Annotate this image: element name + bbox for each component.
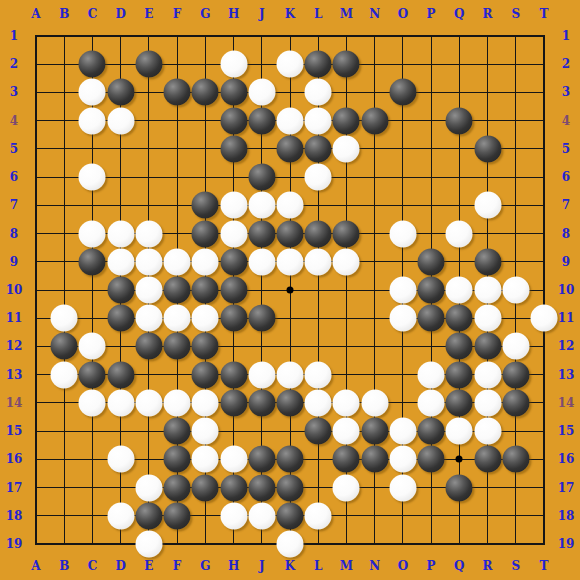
row-label-right: 19 (558, 538, 575, 550)
column-label-top: J (259, 8, 265, 20)
column-label-top: R (483, 8, 493, 20)
black-stone-K14 (277, 389, 304, 416)
column-label-top: L (314, 8, 322, 20)
white-stone-G9 (192, 248, 219, 275)
black-stone-H3 (220, 79, 247, 106)
column-label-top: N (369, 8, 380, 20)
column-label-bottom: G (200, 560, 210, 572)
white-stone-J13 (248, 361, 275, 388)
column-label-bottom: B (59, 560, 69, 572)
column-label-top: D (115, 8, 125, 20)
black-stone-R5 (474, 135, 501, 162)
black-stone-J8 (248, 220, 275, 247)
white-stone-F11 (164, 305, 191, 332)
white-stone-L3 (305, 79, 332, 106)
column-label-top: B (59, 8, 69, 20)
white-stone-B11 (51, 305, 78, 332)
row-label-right: 18 (558, 510, 575, 522)
white-stone-B13 (51, 361, 78, 388)
white-stone-G15 (192, 418, 219, 445)
white-stone-O10 (389, 277, 416, 304)
black-stone-N4 (361, 107, 388, 134)
white-stone-G16 (192, 446, 219, 473)
black-stone-F12 (164, 333, 191, 360)
row-label-left: 14 (6, 397, 23, 409)
white-stone-L13 (305, 361, 332, 388)
white-stone-C8 (79, 220, 106, 247)
black-stone-G10 (192, 277, 219, 304)
white-stone-H8 (220, 220, 247, 247)
white-stone-L9 (305, 248, 332, 275)
white-stone-R7 (474, 192, 501, 219)
column-label-bottom: M (340, 560, 353, 572)
black-stone-Q12 (446, 333, 473, 360)
white-stone-L6 (305, 164, 332, 191)
column-label-top: A (31, 8, 40, 20)
row-label-right: 8 (562, 228, 570, 240)
white-stone-C12 (79, 333, 106, 360)
black-stone-L2 (305, 51, 332, 78)
row-label-right: 4 (562, 115, 570, 127)
column-label-bottom: R (483, 560, 493, 572)
white-stone-D9 (107, 248, 134, 275)
black-stone-F18 (164, 502, 191, 529)
black-stone-G7 (192, 192, 219, 219)
white-stone-H16 (220, 446, 247, 473)
black-stone-K8 (277, 220, 304, 247)
white-stone-K7 (277, 192, 304, 219)
black-stone-R16 (474, 446, 501, 473)
black-stone-D11 (107, 305, 134, 332)
black-stone-H10 (220, 277, 247, 304)
white-stone-E11 (135, 305, 162, 332)
column-label-bottom: C (88, 560, 98, 572)
row-label-left: 8 (10, 228, 18, 240)
column-label-bottom: A (31, 560, 40, 572)
row-label-right: 7 (562, 199, 570, 211)
row-label-right: 1 (562, 30, 570, 42)
column-label-bottom: L (314, 560, 322, 572)
black-stone-Q14 (446, 389, 473, 416)
white-stone-E14 (135, 389, 162, 416)
white-stone-R15 (474, 418, 501, 445)
column-label-bottom: J (259, 560, 265, 572)
column-label-bottom: O (398, 560, 408, 572)
white-stone-J18 (248, 502, 275, 529)
column-label-bottom: E (144, 560, 153, 572)
column-label-bottom: D (115, 560, 125, 572)
white-stone-H7 (220, 192, 247, 219)
star-point (287, 287, 294, 294)
black-stone-G13 (192, 361, 219, 388)
black-stone-K5 (277, 135, 304, 162)
black-stone-Q4 (446, 107, 473, 134)
row-label-left: 9 (10, 256, 18, 268)
row-label-right: 2 (562, 58, 570, 70)
black-stone-C2 (79, 51, 106, 78)
white-stone-G14 (192, 389, 219, 416)
black-stone-H13 (220, 361, 247, 388)
white-stone-R11 (474, 305, 501, 332)
black-stone-S16 (502, 446, 529, 473)
white-stone-H18 (220, 502, 247, 529)
row-label-left: 17 (6, 482, 23, 494)
column-label-bottom: S (511, 560, 520, 572)
column-label-top: H (228, 8, 239, 20)
white-stone-D8 (107, 220, 134, 247)
black-stone-F16 (164, 446, 191, 473)
black-stone-D10 (107, 277, 134, 304)
black-stone-K18 (277, 502, 304, 529)
white-stone-K4 (277, 107, 304, 134)
black-stone-S13 (502, 361, 529, 388)
white-stone-P13 (418, 361, 445, 388)
black-stone-R12 (474, 333, 501, 360)
black-stone-F10 (164, 277, 191, 304)
white-stone-L18 (305, 502, 332, 529)
white-stone-E8 (135, 220, 162, 247)
white-stone-O17 (389, 474, 416, 501)
white-stone-C3 (79, 79, 106, 106)
white-stone-R10 (474, 277, 501, 304)
black-stone-M16 (333, 446, 360, 473)
row-label-left: 2 (10, 58, 18, 70)
column-label-top: K (285, 8, 295, 20)
row-label-left: 12 (6, 340, 23, 352)
row-label-left: 16 (6, 453, 23, 465)
white-stone-R13 (474, 361, 501, 388)
black-stone-R9 (474, 248, 501, 275)
white-stone-Q15 (446, 418, 473, 445)
column-label-bottom: N (369, 560, 380, 572)
row-label-right: 12 (558, 340, 575, 352)
white-stone-R14 (474, 389, 501, 416)
black-stone-G8 (192, 220, 219, 247)
white-stone-H2 (220, 51, 247, 78)
column-label-bottom: Q (454, 560, 464, 572)
white-stone-T11 (531, 305, 558, 332)
row-label-left: 1 (10, 30, 18, 42)
white-stone-M14 (333, 389, 360, 416)
black-stone-J14 (248, 389, 275, 416)
black-stone-C9 (79, 248, 106, 275)
black-stone-B12 (51, 333, 78, 360)
black-stone-G17 (192, 474, 219, 501)
white-stone-E10 (135, 277, 162, 304)
row-label-left: 6 (10, 171, 18, 183)
black-stone-J16 (248, 446, 275, 473)
black-stone-H5 (220, 135, 247, 162)
white-stone-L14 (305, 389, 332, 416)
row-label-right: 16 (558, 453, 575, 465)
white-stone-L4 (305, 107, 332, 134)
column-label-bottom: F (173, 560, 182, 572)
black-stone-P10 (418, 277, 445, 304)
white-stone-N14 (361, 389, 388, 416)
row-label-left: 10 (6, 284, 23, 296)
black-stone-E12 (135, 333, 162, 360)
row-label-right: 15 (558, 425, 575, 437)
row-label-right: 9 (562, 256, 570, 268)
black-stone-F15 (164, 418, 191, 445)
white-stone-K9 (277, 248, 304, 275)
black-stone-E18 (135, 502, 162, 529)
black-stone-H14 (220, 389, 247, 416)
column-label-top: G (200, 8, 210, 20)
white-stone-F9 (164, 248, 191, 275)
row-label-left: 5 (10, 143, 18, 155)
black-stone-F17 (164, 474, 191, 501)
row-label-left: 4 (10, 115, 18, 127)
black-stone-L8 (305, 220, 332, 247)
white-stone-M9 (333, 248, 360, 275)
black-stone-O3 (389, 79, 416, 106)
black-stone-K16 (277, 446, 304, 473)
column-label-bottom: K (285, 560, 295, 572)
white-stone-O16 (389, 446, 416, 473)
black-stone-P15 (418, 418, 445, 445)
column-label-top: T (540, 8, 549, 20)
black-stone-D3 (107, 79, 134, 106)
black-stone-J4 (248, 107, 275, 134)
white-stone-C14 (79, 389, 106, 416)
black-stone-M4 (333, 107, 360, 134)
row-label-left: 13 (6, 369, 23, 381)
column-label-top: Q (454, 8, 464, 20)
black-stone-P11 (418, 305, 445, 332)
row-label-left: 3 (10, 86, 18, 98)
white-stone-M17 (333, 474, 360, 501)
row-label-left: 19 (6, 538, 23, 550)
black-stone-H4 (220, 107, 247, 134)
row-label-right: 11 (558, 312, 575, 324)
black-stone-P9 (418, 248, 445, 275)
row-label-left: 11 (6, 312, 23, 324)
black-stone-M2 (333, 51, 360, 78)
white-stone-O8 (389, 220, 416, 247)
white-stone-G11 (192, 305, 219, 332)
white-stone-Q10 (446, 277, 473, 304)
row-label-right: 14 (558, 397, 575, 409)
white-stone-C4 (79, 107, 106, 134)
row-label-right: 17 (558, 482, 575, 494)
black-stone-J11 (248, 305, 275, 332)
black-stone-N15 (361, 418, 388, 445)
white-stone-D14 (107, 389, 134, 416)
white-stone-O11 (389, 305, 416, 332)
black-stone-C13 (79, 361, 106, 388)
white-stone-J9 (248, 248, 275, 275)
column-label-top: P (427, 8, 436, 20)
column-label-bottom: H (228, 560, 239, 572)
white-stone-D4 (107, 107, 134, 134)
black-stone-J6 (248, 164, 275, 191)
white-stone-M5 (333, 135, 360, 162)
black-stone-Q13 (446, 361, 473, 388)
go-board[interactable]: AABBCCDDEEFFGGHHJJKKLLMMNNOOPPQQRRSSTT11… (0, 0, 580, 580)
white-stone-K2 (277, 51, 304, 78)
white-stone-S10 (502, 277, 529, 304)
black-stone-F3 (164, 79, 191, 106)
column-label-top: S (511, 8, 520, 20)
white-stone-K19 (277, 531, 304, 558)
column-label-top: F (173, 8, 182, 20)
row-label-right: 13 (558, 369, 575, 381)
column-label-top: M (340, 8, 353, 20)
row-label-right: 3 (562, 86, 570, 98)
white-stone-F14 (164, 389, 191, 416)
black-stone-J17 (248, 474, 275, 501)
black-stone-Q17 (446, 474, 473, 501)
black-stone-L5 (305, 135, 332, 162)
column-label-bottom: T (540, 560, 549, 572)
black-stone-N16 (361, 446, 388, 473)
black-stone-L15 (305, 418, 332, 445)
black-stone-G12 (192, 333, 219, 360)
column-label-top: O (398, 8, 408, 20)
black-stone-Q11 (446, 305, 473, 332)
row-label-right: 10 (558, 284, 575, 296)
black-stone-E2 (135, 51, 162, 78)
white-stone-J3 (248, 79, 275, 106)
white-stone-E9 (135, 248, 162, 275)
black-stone-D13 (107, 361, 134, 388)
white-stone-M15 (333, 418, 360, 445)
white-stone-J7 (248, 192, 275, 219)
column-label-bottom: P (427, 560, 436, 572)
column-label-top: E (144, 8, 153, 20)
star-point (456, 456, 463, 463)
white-stone-C6 (79, 164, 106, 191)
black-stone-H17 (220, 474, 247, 501)
black-stone-M8 (333, 220, 360, 247)
white-stone-P14 (418, 389, 445, 416)
row-label-right: 5 (562, 143, 570, 155)
black-stone-S14 (502, 389, 529, 416)
white-stone-E17 (135, 474, 162, 501)
row-label-left: 7 (10, 199, 18, 211)
row-label-left: 18 (6, 510, 23, 522)
white-stone-K13 (277, 361, 304, 388)
row-label-left: 15 (6, 425, 23, 437)
white-stone-O15 (389, 418, 416, 445)
black-stone-K17 (277, 474, 304, 501)
white-stone-E19 (135, 531, 162, 558)
column-label-top: C (88, 8, 98, 20)
black-stone-H11 (220, 305, 247, 332)
white-stone-Q8 (446, 220, 473, 247)
black-stone-P16 (418, 446, 445, 473)
white-stone-D18 (107, 502, 134, 529)
white-stone-S12 (502, 333, 529, 360)
white-stone-D16 (107, 446, 134, 473)
row-label-right: 6 (562, 171, 570, 183)
black-stone-G3 (192, 79, 219, 106)
black-stone-H9 (220, 248, 247, 275)
